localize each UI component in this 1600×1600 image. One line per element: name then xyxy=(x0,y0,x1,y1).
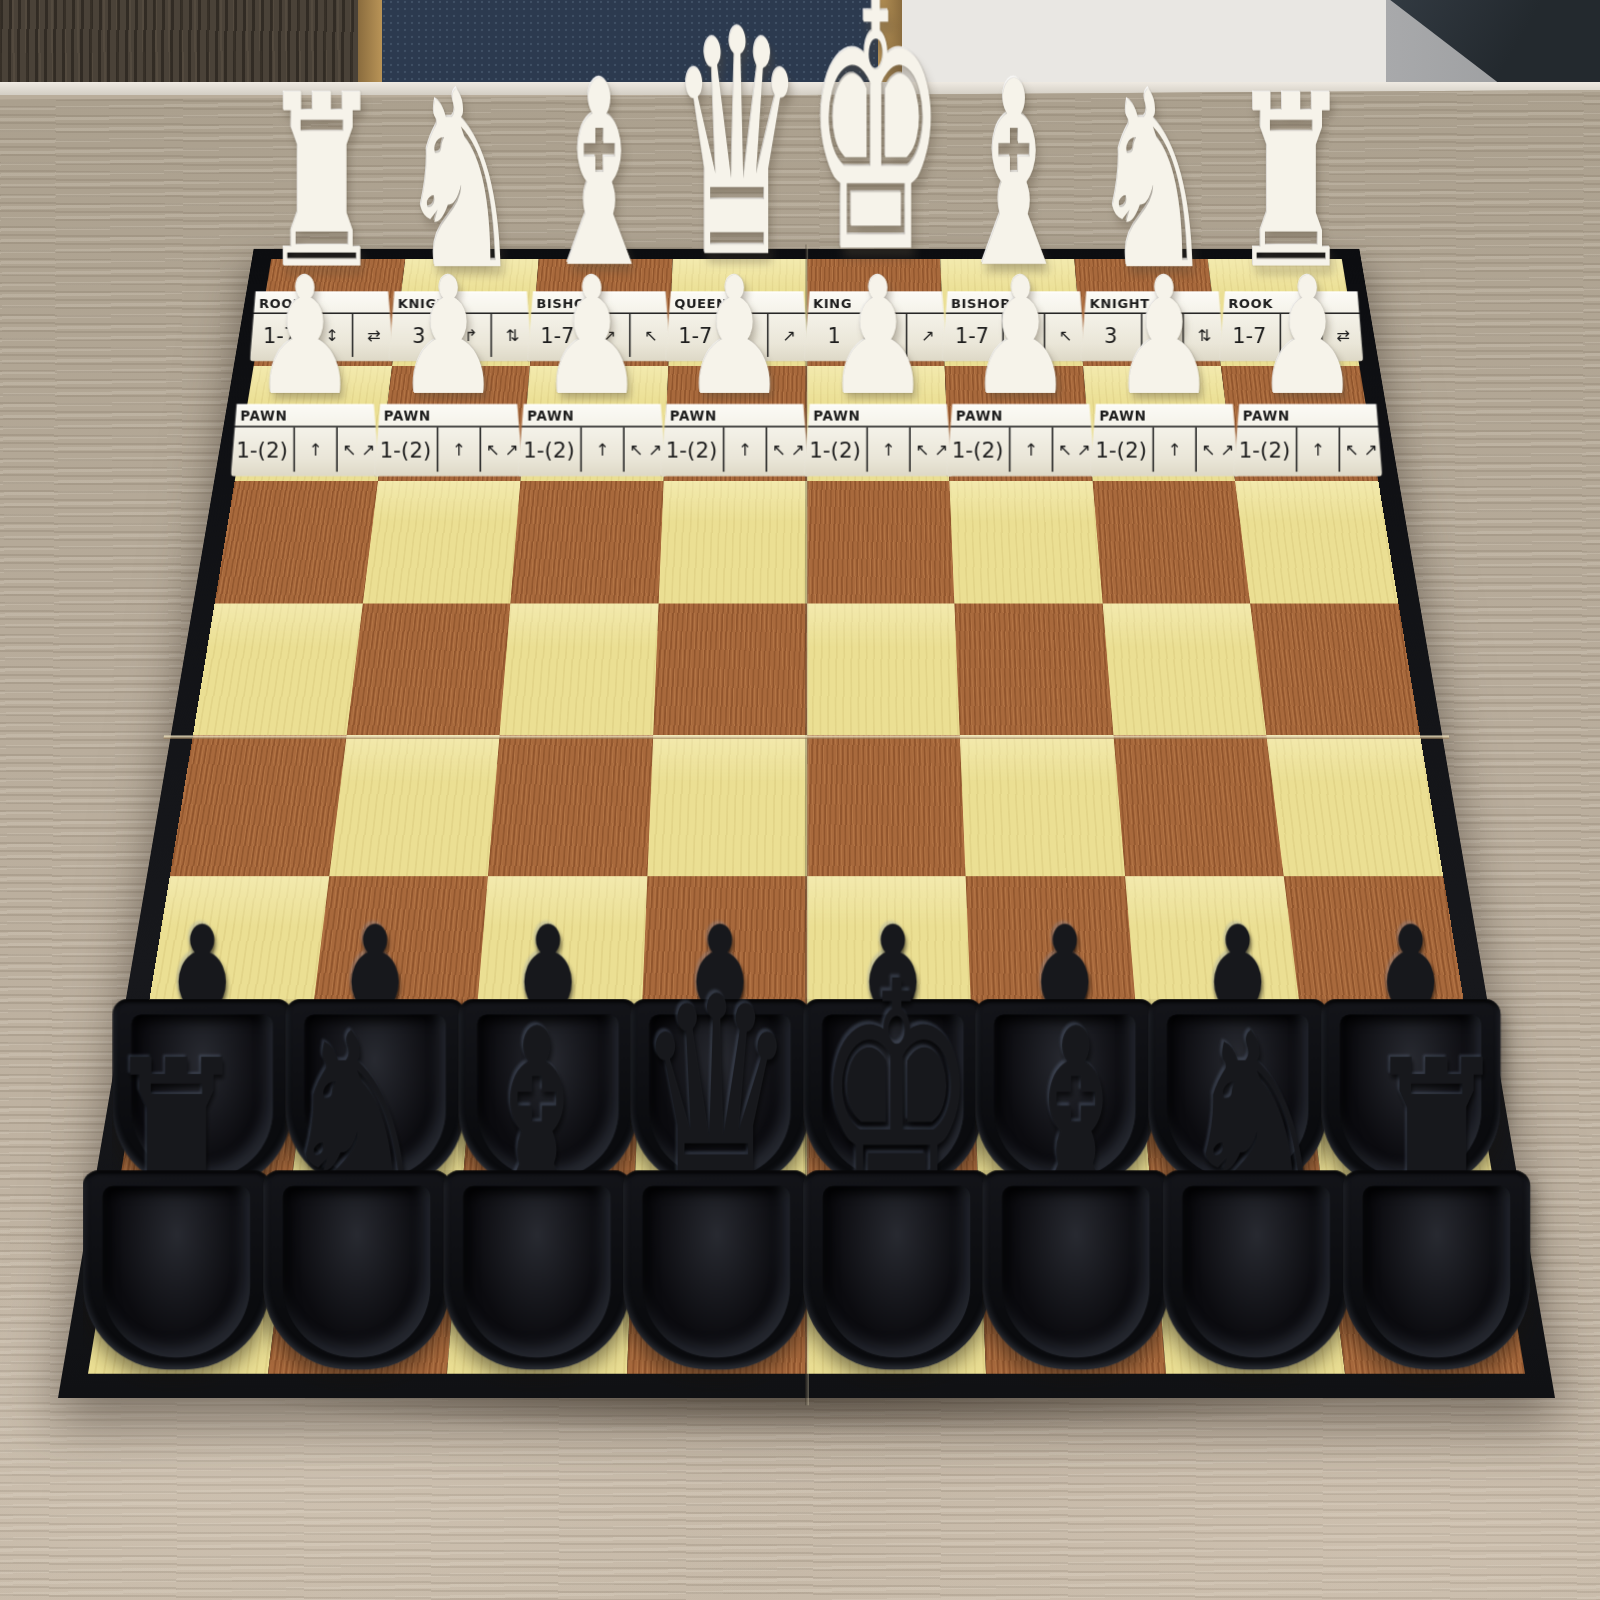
piece-name-text: KNIGHT xyxy=(1080,291,1224,314)
square-e3[interactable] xyxy=(807,481,955,604)
pawn-icon: ♟ xyxy=(134,900,271,1102)
square-g8[interactable]: ♞ xyxy=(1151,1194,1345,1373)
piece-base-shell xyxy=(1148,999,1328,1190)
square-b1[interactable]: ♞KNIGHT3↱⇅ xyxy=(392,259,539,366)
square-e4[interactable] xyxy=(807,603,960,735)
piece-white-pawn[interactable]: ♟PAWN1-(2)↑↖ ↗ xyxy=(799,44,957,476)
move-range-text: 1-7 xyxy=(942,324,1003,348)
square-f4[interactable] xyxy=(954,603,1113,735)
piece-base-label: QUEEN1-7↑↗ xyxy=(665,291,809,361)
square-d8[interactable]: ♛ xyxy=(627,1194,807,1373)
square-b4[interactable] xyxy=(346,603,510,735)
queen-icon: ♛ xyxy=(636,959,797,1249)
square-a1[interactable]: ♜ROOK1-7↕⇄ xyxy=(254,259,405,366)
move-arrow-icon: ↗ xyxy=(906,314,948,357)
square-d1[interactable]: ♛QUEEN1-7↑↗ xyxy=(668,259,806,366)
piece-black-knight[interactable]: ♞ xyxy=(1157,827,1356,1370)
piece-name-text: QUEEN xyxy=(665,291,809,314)
piece-base-label: PAWN1-(2)↑↖ ↗ xyxy=(804,403,953,476)
pawn-icon: ♟ xyxy=(253,256,358,418)
piece-white-rook[interactable]: ♜ROOK1-7↕⇄ xyxy=(245,0,398,362)
square-f3[interactable] xyxy=(949,481,1102,604)
square-a2[interactable]: ♟PAWN1-(2)↑↖ ↗ xyxy=(235,366,392,481)
square-g1[interactable]: ♞KNIGHT3↱⇅ xyxy=(1074,259,1221,366)
board-scene: ♜ROOK1-7↕⇄♞KNIGHT3↱⇅♝BISHOP1-7↗↖♛QUEEN1-… xyxy=(0,0,1600,1600)
square-g6[interactable] xyxy=(1125,876,1303,1029)
square-g3[interactable] xyxy=(1092,481,1250,604)
move-arrow-icon: ↖ xyxy=(1044,314,1086,357)
square-c2[interactable]: ♟PAWN1-(2)↑↖ ↗ xyxy=(521,366,669,481)
piece-base-shell xyxy=(983,1170,1170,1369)
piece-black-rook[interactable]: ♜ xyxy=(77,827,276,1370)
piece-white-knight[interactable]: ♞KNIGHT3↱⇅ xyxy=(384,0,537,362)
square-h4[interactable] xyxy=(1250,603,1420,735)
piece-base-label: ROOK1-7↕⇄ xyxy=(250,291,394,361)
pawn-icon: ♟ xyxy=(1342,900,1479,1102)
pawn-icon: ♟ xyxy=(824,900,961,1102)
square-c4[interactable] xyxy=(500,603,659,735)
piece-black-pawn[interactable]: ♟ xyxy=(107,669,298,1190)
square-a3[interactable] xyxy=(215,481,378,604)
move-arrow-icon: ↖ ↗ xyxy=(1196,427,1239,471)
square-b7[interactable]: ♟ xyxy=(290,1029,476,1194)
move-arrow-icon: ↑ xyxy=(726,314,768,357)
piece-white-queen[interactable]: ♛QUEEN1-7↑↗ xyxy=(661,0,814,362)
piece-base-shell xyxy=(458,999,638,1190)
piece-black-pawn[interactable]: ♟ xyxy=(1142,669,1333,1190)
move-range-text: 1-(2) xyxy=(517,437,580,462)
square-d4[interactable] xyxy=(653,603,806,735)
move-arrow-icon: ↑ xyxy=(580,427,623,471)
piece-black-bishop[interactable]: ♝ xyxy=(977,827,1176,1370)
piece-base-shell xyxy=(263,1170,450,1369)
move-range-text: 1-7 xyxy=(527,324,588,348)
square-d3[interactable] xyxy=(659,481,807,604)
move-range-text: 1 xyxy=(804,324,865,348)
piece-name-text: PAWN xyxy=(374,403,523,427)
square-h8[interactable]: ♜ xyxy=(1323,1194,1525,1373)
pawn-icon: ♟ xyxy=(969,256,1074,418)
bishop-icon: ♝ xyxy=(1000,995,1154,1255)
move-arrow-icon: ↕ xyxy=(311,314,353,357)
move-hint-row: 1-(2)↑↖ ↗ xyxy=(1233,427,1382,471)
move-arrow-icon: ↑ xyxy=(294,427,337,471)
bishop-icon: ♝ xyxy=(460,995,614,1255)
square-b5[interactable] xyxy=(329,735,500,877)
piece-name-text: PAWN xyxy=(660,403,809,427)
piece-black-pawn[interactable]: ♟ xyxy=(625,669,816,1190)
piece-base-label: KNIGHT3↱⇅ xyxy=(1080,291,1224,361)
pawn-icon: ♟ xyxy=(396,256,501,418)
move-hint-row: 1-(2)↑↖ ↗ xyxy=(804,427,953,471)
move-arrow-icon: ⇅ xyxy=(491,314,533,357)
rook-icon: ♜ xyxy=(261,65,383,304)
move-arrow-icon: ↱ xyxy=(1141,314,1183,357)
move-arrow-icon: ↗ xyxy=(768,314,810,357)
piece-name-text: KING xyxy=(804,291,948,314)
move-range-text: 1-(2) xyxy=(804,437,867,462)
square-g7[interactable]: ♟ xyxy=(1137,1029,1323,1194)
move-arrow-icon: ↖ ↗ xyxy=(1052,427,1095,471)
rook-icon: ♜ xyxy=(1230,65,1352,304)
piece-base-shell xyxy=(113,999,293,1190)
piece-white-pawn[interactable]: ♟PAWN1-(2)↑↖ ↗ xyxy=(369,44,527,476)
square-b2[interactable]: ♟PAWN1-(2)↑↖ ↗ xyxy=(378,366,530,481)
piece-white-bishop[interactable]: ♝BISHOP1-7↗↖ xyxy=(522,0,675,362)
king-icon: ♚ xyxy=(815,942,978,1250)
move-hint-row: 1-7↗↖ xyxy=(942,314,1086,357)
board-fold-seam-vertical xyxy=(804,245,808,1406)
square-f1[interactable]: ♝BISHOP1-7↗↖ xyxy=(940,259,1083,366)
move-hint-row: 1-7↗↖ xyxy=(527,314,671,357)
move-range-text: 3 xyxy=(1080,324,1141,348)
piece-white-pawn[interactable]: ♟PAWN1-(2)↑↖ ↗ xyxy=(942,44,1100,476)
piece-base-shell xyxy=(976,999,1156,1190)
pawn-icon: ♟ xyxy=(539,256,644,418)
square-b3[interactable] xyxy=(363,481,521,604)
piece-white-bishop[interactable]: ♝BISHOP1-7↗↖ xyxy=(937,0,1090,362)
piece-base-label: PAWN1-(2)↑↖ ↗ xyxy=(517,403,666,476)
piece-base-shell xyxy=(623,1170,810,1369)
piece-name-text: PAWN xyxy=(1233,403,1382,427)
square-c3[interactable] xyxy=(511,481,664,604)
square-c5[interactable] xyxy=(488,735,653,877)
move-range-text: 1-7 xyxy=(665,324,726,348)
piece-white-pawn[interactable]: ♟PAWN1-(2)↑↖ ↗ xyxy=(513,44,671,476)
move-range-text: 1-(2) xyxy=(1090,437,1153,462)
pawn-icon: ♟ xyxy=(825,256,930,418)
move-arrow-icon: ↗ xyxy=(587,314,629,357)
square-e1[interactable]: ♚KING1↑↗ xyxy=(807,259,945,366)
square-f6[interactable] xyxy=(966,876,1138,1029)
move-hint-row: 1-7↕⇄ xyxy=(1219,314,1363,357)
square-d6[interactable] xyxy=(641,876,806,1029)
piece-base-shell xyxy=(285,999,465,1190)
piece-base-shell xyxy=(1343,1170,1530,1369)
move-hint-row: 1-(2)↑↖ ↗ xyxy=(517,427,666,471)
knight-icon: ♞ xyxy=(1090,59,1215,303)
square-c1[interactable]: ♝BISHOP1-7↗↖ xyxy=(530,259,673,366)
square-g5[interactable] xyxy=(1113,735,1284,877)
piece-black-rook[interactable]: ♜ xyxy=(1337,827,1536,1370)
square-e2[interactable]: ♟PAWN1-(2)↑↖ ↗ xyxy=(807,366,950,481)
piece-base-label: KING1↑↗ xyxy=(804,291,948,361)
pawn-icon: ♟ xyxy=(1169,900,1306,1102)
move-arrow-icon: ↑ xyxy=(866,427,909,471)
pawn-icon: ♟ xyxy=(479,900,616,1102)
square-e8[interactable]: ♚ xyxy=(807,1194,987,1373)
square-h5[interactable] xyxy=(1267,735,1444,877)
move-hint-row: 3↱⇅ xyxy=(1080,314,1224,357)
piece-white-pawn[interactable]: ♟PAWN1-(2)↑↖ ↗ xyxy=(226,44,384,476)
pawn-icon: ♟ xyxy=(997,900,1134,1102)
pawn-icon: ♟ xyxy=(307,900,444,1102)
pawn-icon: ♟ xyxy=(1255,256,1360,418)
square-d5[interactable] xyxy=(647,735,806,877)
piece-black-pawn[interactable]: ♟ xyxy=(280,669,471,1190)
move-arrow-icon: ↑ xyxy=(1009,427,1052,471)
piece-base-shell xyxy=(803,999,983,1190)
move-hint-row: 1-(2)↑↖ ↗ xyxy=(947,427,1096,471)
move-range-text: 1-(2) xyxy=(231,437,294,462)
move-hint-row: 1-7↑↗ xyxy=(665,314,809,357)
piece-white-pawn[interactable]: ♟PAWN1-(2)↑↖ ↗ xyxy=(1085,44,1243,476)
move-range-text: 3 xyxy=(388,324,449,348)
move-arrow-icon: ↖ ↗ xyxy=(909,427,952,471)
piece-black-pawn[interactable]: ♟ xyxy=(970,669,1161,1190)
square-h7[interactable]: ♟ xyxy=(1303,1029,1496,1194)
move-range-text: 1-(2) xyxy=(1233,437,1296,462)
square-h6[interactable] xyxy=(1284,876,1468,1029)
piece-base-label: KNIGHT3↱⇅ xyxy=(388,291,532,361)
piece-name-text: PAWN xyxy=(947,403,1096,427)
piece-base-label: PAWN1-(2)↑↖ ↗ xyxy=(660,403,809,476)
pawn-icon: ♟ xyxy=(652,900,789,1102)
piece-base-shell xyxy=(1321,999,1501,1190)
piece-name-text: BISHOP xyxy=(942,291,1086,314)
square-e6[interactable] xyxy=(807,876,972,1029)
square-d2[interactable]: ♟PAWN1-(2)↑↖ ↗ xyxy=(664,366,807,481)
move-arrow-icon: ↖ ↗ xyxy=(1339,427,1382,471)
square-a4[interactable] xyxy=(193,603,363,735)
piece-white-knight[interactable]: ♞KNIGHT3↱⇅ xyxy=(1076,0,1229,362)
move-hint-row: 1-7↕⇄ xyxy=(250,314,394,357)
piece-black-pawn[interactable]: ♟ xyxy=(797,669,988,1190)
piece-name-text: BISHOP xyxy=(527,291,671,314)
move-arrow-icon: ↖ ↗ xyxy=(337,427,380,471)
piece-base-label: PAWN1-(2)↑↖ ↗ xyxy=(1233,403,1382,476)
square-d7[interactable]: ♟ xyxy=(634,1029,806,1194)
piece-base-label: BISHOP1-7↗↖ xyxy=(527,291,671,361)
move-arrow-icon: ↖ ↗ xyxy=(766,427,809,471)
piece-name-text: KNIGHT xyxy=(388,291,532,314)
move-arrow-icon: ↖ xyxy=(629,314,671,357)
square-f7[interactable]: ♟ xyxy=(972,1029,1151,1194)
piece-white-rook[interactable]: ♜ROOK1-7↕⇄ xyxy=(1214,0,1367,362)
piece-base-label: PAWN1-(2)↑↖ ↗ xyxy=(231,403,380,476)
move-hint-row: 1-(2)↑↖ ↗ xyxy=(231,427,380,471)
board-grid: ♜ROOK1-7↕⇄♞KNIGHT3↱⇅♝BISHOP1-7↗↖♛QUEEN1-… xyxy=(88,259,1525,1374)
piece-base-label: PAWN1-(2)↑↖ ↗ xyxy=(374,403,523,476)
move-arrow-icon: ↑ xyxy=(723,427,766,471)
piece-black-queen[interactable]: ♛ xyxy=(617,827,816,1370)
piece-black-knight[interactable]: ♞ xyxy=(257,827,456,1370)
move-arrow-icon: ↑ xyxy=(437,427,480,471)
square-g4[interactable] xyxy=(1102,603,1266,735)
knight-icon: ♞ xyxy=(398,59,523,303)
square-f5[interactable] xyxy=(960,735,1125,877)
photo-stage: ♜ROOK1-7↕⇄♞KNIGHT3↱⇅♝BISHOP1-7↗↖♛QUEEN1-… xyxy=(0,0,1600,1600)
pawn-icon: ♟ xyxy=(1112,256,1217,418)
piece-base-shell xyxy=(630,999,810,1190)
chess-board: ♜ROOK1-7↕⇄♞KNIGHT3↱⇅♝BISHOP1-7↗↖♛QUEEN1-… xyxy=(58,249,1555,1398)
square-b6[interactable] xyxy=(310,876,488,1029)
queen-icon: ♛ xyxy=(669,0,805,302)
move-arrow-icon: ↑ xyxy=(1152,427,1195,471)
bishop-icon: ♝ xyxy=(537,48,661,303)
piece-white-pawn[interactable]: ♟PAWN1-(2)↑↖ ↗ xyxy=(1228,44,1386,476)
square-h2[interactable]: ♟PAWN1-(2)↑↖ ↗ xyxy=(1221,366,1378,481)
knight-icon: ♞ xyxy=(277,1001,436,1258)
piece-black-king[interactable]: ♚ xyxy=(797,827,996,1370)
piece-white-pawn[interactable]: ♟PAWN1-(2)↑↖ ↗ xyxy=(656,44,814,476)
square-e5[interactable] xyxy=(807,735,966,877)
move-hint-row: 1-(2)↑↖ ↗ xyxy=(374,427,523,471)
move-hint-row: 1↑↗ xyxy=(804,314,948,357)
square-h1[interactable]: ♜ROOK1-7↕⇄ xyxy=(1208,259,1359,366)
piece-base-shell xyxy=(83,1170,270,1369)
rook-icon: ♜ xyxy=(1363,1031,1510,1258)
square-a5[interactable] xyxy=(170,735,347,877)
move-arrow-icon: ⇄ xyxy=(352,314,394,357)
square-c8[interactable]: ♝ xyxy=(447,1194,634,1373)
move-arrow-icon: ↑ xyxy=(1296,427,1339,471)
board-fold-seam-horizontal xyxy=(163,736,1449,739)
move-arrow-icon: ↕ xyxy=(1279,314,1321,357)
square-f2[interactable]: ♟PAWN1-(2)↑↖ ↗ xyxy=(945,366,1093,481)
knight-icon: ♞ xyxy=(1177,1001,1336,1258)
move-hint-row: 3↱⇅ xyxy=(388,314,532,357)
square-a7[interactable]: ♟ xyxy=(117,1029,310,1194)
move-arrow-icon: ↑ xyxy=(864,314,906,357)
piece-base-shell xyxy=(1163,1170,1350,1369)
bishop-icon: ♝ xyxy=(952,48,1076,303)
piece-base-label: PAWN1-(2)↑↖ ↗ xyxy=(1090,403,1239,476)
move-arrow-icon: ↗ xyxy=(1003,314,1045,357)
square-a8[interactable]: ♜ xyxy=(88,1194,290,1373)
move-range-text: 1-7 xyxy=(1219,324,1280,348)
piece-name-text: PAWN xyxy=(804,403,953,427)
move-range-text: 1-(2) xyxy=(947,437,1010,462)
square-f8[interactable]: ♝ xyxy=(979,1194,1166,1373)
square-b8[interactable]: ♞ xyxy=(268,1194,462,1373)
move-range-text: 1-(2) xyxy=(660,437,723,462)
piece-white-king[interactable]: ♚KING1↑↗ xyxy=(799,0,952,362)
piece-name-text: ROOK xyxy=(1219,291,1363,314)
move-arrow-icon: ⇅ xyxy=(1183,314,1225,357)
square-e7[interactable]: ♟ xyxy=(807,1029,979,1194)
piece-black-pawn[interactable]: ♟ xyxy=(1315,669,1506,1190)
pawn-icon: ♟ xyxy=(682,256,787,418)
square-a6[interactable] xyxy=(145,876,329,1029)
piece-name-text: ROOK xyxy=(250,291,394,314)
piece-name-text: PAWN xyxy=(1090,403,1239,427)
piece-name-text: PAWN xyxy=(517,403,666,427)
king-icon: ♚ xyxy=(805,0,946,302)
piece-black-pawn[interactable]: ♟ xyxy=(452,669,643,1190)
square-c6[interactable] xyxy=(476,876,648,1029)
piece-base-label: PAWN1-(2)↑↖ ↗ xyxy=(947,403,1096,476)
move-arrow-icon: ↖ ↗ xyxy=(480,427,523,471)
piece-base-label: ROOK1-7↕⇄ xyxy=(1219,291,1363,361)
move-range-text: 1-7 xyxy=(250,324,311,348)
piece-base-shell xyxy=(443,1170,630,1369)
move-hint-row: 1-(2)↑↖ ↗ xyxy=(1090,427,1239,471)
piece-name-text: PAWN xyxy=(231,403,380,427)
move-arrow-icon: ↱ xyxy=(449,314,491,357)
square-h3[interactable] xyxy=(1235,481,1398,604)
move-range-text: 1-(2) xyxy=(374,437,437,462)
piece-base-shell xyxy=(803,1170,990,1369)
move-arrow-icon: ⇄ xyxy=(1321,314,1363,357)
piece-black-bishop[interactable]: ♝ xyxy=(437,827,636,1370)
square-g2[interactable]: ♟PAWN1-(2)↑↖ ↗ xyxy=(1083,366,1235,481)
move-arrow-icon: ↖ ↗ xyxy=(623,427,666,471)
square-c7[interactable]: ♟ xyxy=(462,1029,641,1194)
rook-icon: ♜ xyxy=(103,1031,250,1258)
move-hint-row: 1-(2)↑↖ ↗ xyxy=(660,427,809,471)
piece-base-label: BISHOP1-7↗↖ xyxy=(942,291,1086,361)
